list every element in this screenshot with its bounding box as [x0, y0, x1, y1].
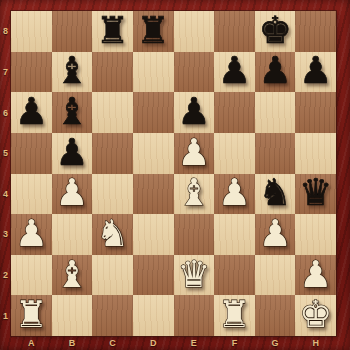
square-e3[interactable]: [174, 214, 215, 255]
square-g8[interactable]: ♚: [255, 11, 296, 52]
square-d6[interactable]: [133, 92, 174, 133]
square-d4[interactable]: [133, 174, 174, 215]
file-label-a: A: [11, 336, 52, 350]
piece-white-rook[interactable]: ♜: [15, 296, 48, 333]
square-c5[interactable]: [92, 133, 133, 174]
square-g7[interactable]: ♟: [255, 52, 296, 93]
file-label-e: E: [174, 336, 215, 350]
rank-label-5: 5: [0, 133, 11, 174]
square-d5[interactable]: [133, 133, 174, 174]
piece-white-queen[interactable]: ♛: [177, 256, 210, 293]
square-a4[interactable]: [11, 174, 52, 215]
square-a3[interactable]: ♟: [11, 214, 52, 255]
square-b8[interactable]: [52, 11, 93, 52]
rank-label-7: 7: [0, 52, 11, 93]
square-h5[interactable]: [295, 133, 336, 174]
piece-black-bishop[interactable]: ♝: [55, 52, 88, 89]
file-label-d: D: [133, 336, 174, 350]
square-b3[interactable]: [52, 214, 93, 255]
square-f6[interactable]: [214, 92, 255, 133]
piece-black-pawn[interactable]: ♟: [55, 134, 88, 171]
square-h4[interactable]: ♛: [295, 174, 336, 215]
piece-black-rook[interactable]: ♜: [96, 12, 129, 49]
square-b2[interactable]: ♝: [52, 255, 93, 296]
square-d8[interactable]: ♜: [133, 11, 174, 52]
square-c2[interactable]: [92, 255, 133, 296]
piece-black-knight[interactable]: ♞: [258, 174, 291, 211]
square-d2[interactable]: [133, 255, 174, 296]
piece-black-bishop[interactable]: ♝: [55, 93, 88, 130]
square-g2[interactable]: [255, 255, 296, 296]
square-g6[interactable]: [255, 92, 296, 133]
square-d3[interactable]: [133, 214, 174, 255]
piece-white-pawn[interactable]: ♟: [258, 215, 291, 252]
square-e4[interactable]: ♝: [174, 174, 215, 215]
piece-white-pawn[interactable]: ♟: [55, 174, 88, 211]
square-a5[interactable]: [11, 133, 52, 174]
piece-black-pawn[interactable]: ♟: [177, 93, 210, 130]
file-label-c: C: [92, 336, 133, 350]
square-h7[interactable]: ♟: [295, 52, 336, 93]
square-c6[interactable]: [92, 92, 133, 133]
piece-white-king[interactable]: ♚: [299, 296, 332, 333]
square-b6[interactable]: ♝: [52, 92, 93, 133]
square-h1[interactable]: ♚: [295, 295, 336, 336]
file-label-f: F: [214, 336, 255, 350]
square-a1[interactable]: ♜: [11, 295, 52, 336]
piece-white-knight[interactable]: ♞: [96, 215, 129, 252]
square-c1[interactable]: [92, 295, 133, 336]
square-c7[interactable]: [92, 52, 133, 93]
piece-white-pawn[interactable]: ♟: [15, 215, 48, 252]
piece-black-king[interactable]: ♚: [258, 12, 291, 49]
square-h6[interactable]: [295, 92, 336, 133]
square-h2[interactable]: ♟: [295, 255, 336, 296]
square-f7[interactable]: ♟: [214, 52, 255, 93]
rank-label-3: 3: [0, 214, 11, 255]
piece-black-pawn[interactable]: ♟: [258, 52, 291, 89]
file-label-h: H: [295, 336, 336, 350]
square-d1[interactable]: [133, 295, 174, 336]
square-d7[interactable]: [133, 52, 174, 93]
piece-white-pawn[interactable]: ♟: [299, 256, 332, 293]
square-c3[interactable]: ♞: [92, 214, 133, 255]
piece-white-bishop[interactable]: ♝: [55, 256, 88, 293]
square-f2[interactable]: [214, 255, 255, 296]
square-h8[interactable]: [295, 11, 336, 52]
chess-board: ♜♜♚♝♟♟♟♟♝♟♟♟♟♝♟♞♛♟♞♟♝♛♟♜♜♚: [11, 11, 336, 336]
square-g3[interactable]: ♟: [255, 214, 296, 255]
piece-black-pawn[interactable]: ♟: [218, 52, 251, 89]
piece-black-pawn[interactable]: ♟: [15, 93, 48, 130]
piece-black-queen[interactable]: ♛: [299, 174, 332, 211]
square-g4[interactable]: ♞: [255, 174, 296, 215]
square-c8[interactable]: ♜: [92, 11, 133, 52]
square-a6[interactable]: ♟: [11, 92, 52, 133]
piece-white-bishop[interactable]: ♝: [177, 174, 210, 211]
piece-white-pawn[interactable]: ♟: [177, 134, 210, 171]
piece-white-rook[interactable]: ♜: [218, 296, 251, 333]
square-g1[interactable]: [255, 295, 296, 336]
square-e7[interactable]: [174, 52, 215, 93]
square-e6[interactable]: ♟: [174, 92, 215, 133]
square-c4[interactable]: [92, 174, 133, 215]
square-h3[interactable]: [295, 214, 336, 255]
piece-black-pawn[interactable]: ♟: [299, 52, 332, 89]
square-f3[interactable]: [214, 214, 255, 255]
square-e1[interactable]: [174, 295, 215, 336]
square-e2[interactable]: ♛: [174, 255, 215, 296]
piece-white-pawn[interactable]: ♟: [218, 174, 251, 211]
file-label-b: B: [52, 336, 93, 350]
square-f8[interactable]: [214, 11, 255, 52]
rank-labels: 87654321: [0, 11, 11, 336]
rank-label-1: 1: [0, 295, 11, 336]
square-b1[interactable]: [52, 295, 93, 336]
rank-label-8: 8: [0, 11, 11, 52]
square-b4[interactable]: ♟: [52, 174, 93, 215]
rank-label-4: 4: [0, 174, 11, 215]
square-e5[interactable]: ♟: [174, 133, 215, 174]
square-a7[interactable]: [11, 52, 52, 93]
square-e8[interactable]: [174, 11, 215, 52]
file-label-g: G: [255, 336, 296, 350]
square-a8[interactable]: [11, 11, 52, 52]
rank-label-6: 6: [0, 92, 11, 133]
square-b5[interactable]: ♟: [52, 133, 93, 174]
piece-black-rook[interactable]: ♜: [137, 12, 170, 49]
square-f4[interactable]: ♟: [214, 174, 255, 215]
rank-label-2: 2: [0, 255, 11, 296]
square-g5[interactable]: [255, 133, 296, 174]
square-a2[interactable]: [11, 255, 52, 296]
file-labels: ABCDEFGH: [11, 336, 336, 350]
board-frame: ♜♜♚♝♟♟♟♟♝♟♟♟♟♝♟♞♛♟♞♟♝♛♟♜♜♚ 87654321 ABCD…: [0, 0, 350, 350]
square-f5[interactable]: [214, 133, 255, 174]
square-b7[interactable]: ♝: [52, 52, 93, 93]
square-f1[interactable]: ♜: [214, 295, 255, 336]
